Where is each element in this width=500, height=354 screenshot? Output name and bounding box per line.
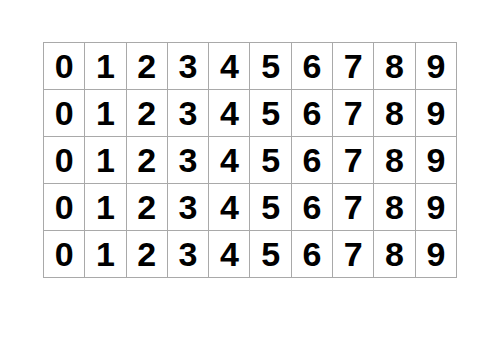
grid-cell-r4c4: 4 (209, 231, 250, 278)
grid-cell-r1c1: 1 (85, 90, 126, 137)
grid-cell-r2c9: 9 (416, 137, 457, 184)
grid-cell-r1c7: 7 (333, 90, 374, 137)
grid-cell-r4c3: 3 (168, 231, 209, 278)
grid-cell-r0c3: 3 (168, 43, 209, 90)
grid-cell-r1c8: 8 (374, 90, 415, 137)
grid-cell-r2c5: 5 (250, 137, 291, 184)
grid-cell-r0c6: 6 (292, 43, 333, 90)
grid-cell-r3c3: 3 (168, 184, 209, 231)
grid-cell-r3c1: 1 (85, 184, 126, 231)
grid-cell-r3c0: 0 (44, 184, 85, 231)
grid-cell-r4c0: 0 (44, 231, 85, 278)
grid-cell-r2c7: 7 (333, 137, 374, 184)
grid-cell-r4c6: 6 (292, 231, 333, 278)
grid-cell-r0c1: 1 (85, 43, 126, 90)
grid-cell-r1c3: 3 (168, 90, 209, 137)
grid-cell-r4c5: 5 (250, 231, 291, 278)
grid-cell-r2c3: 3 (168, 137, 209, 184)
grid-cell-r2c8: 8 (374, 137, 415, 184)
grid-cell-r3c2: 2 (127, 184, 168, 231)
grid-cell-r3c4: 4 (209, 184, 250, 231)
grid-cell-r3c9: 9 (416, 184, 457, 231)
grid-cell-r3c6: 6 (292, 184, 333, 231)
grid-cell-r3c5: 5 (250, 184, 291, 231)
grid-cell-r0c4: 4 (209, 43, 250, 90)
grid-cell-r1c2: 2 (127, 90, 168, 137)
worksheet-page: 0123456789012345678901234567890123456789… (0, 0, 500, 354)
grid-cell-r2c6: 6 (292, 137, 333, 184)
grid-cell-r1c9: 9 (416, 90, 457, 137)
grid-cell-r0c0: 0 (44, 43, 85, 90)
grid-cell-r4c2: 2 (127, 231, 168, 278)
grid-cell-r3c7: 7 (333, 184, 374, 231)
grid-cell-r0c7: 7 (333, 43, 374, 90)
grid-cell-r2c4: 4 (209, 137, 250, 184)
grid-cell-r2c0: 0 (44, 137, 85, 184)
grid-cell-r0c9: 9 (416, 43, 457, 90)
digit-grid: 0123456789012345678901234567890123456789… (43, 42, 457, 278)
grid-cell-r1c4: 4 (209, 90, 250, 137)
grid-cell-r1c6: 6 (292, 90, 333, 137)
grid-cell-r0c8: 8 (374, 43, 415, 90)
grid-cell-r0c2: 2 (127, 43, 168, 90)
grid-cell-r4c9: 9 (416, 231, 457, 278)
grid-cell-r1c0: 0 (44, 90, 85, 137)
grid-cell-r0c5: 5 (250, 43, 291, 90)
grid-cell-r4c8: 8 (374, 231, 415, 278)
grid-cell-r1c5: 5 (250, 90, 291, 137)
grid-cell-r2c1: 1 (85, 137, 126, 184)
grid-cell-r3c8: 8 (374, 184, 415, 231)
grid-cell-r4c7: 7 (333, 231, 374, 278)
grid-cell-r2c2: 2 (127, 137, 168, 184)
grid-cell-r4c1: 1 (85, 231, 126, 278)
